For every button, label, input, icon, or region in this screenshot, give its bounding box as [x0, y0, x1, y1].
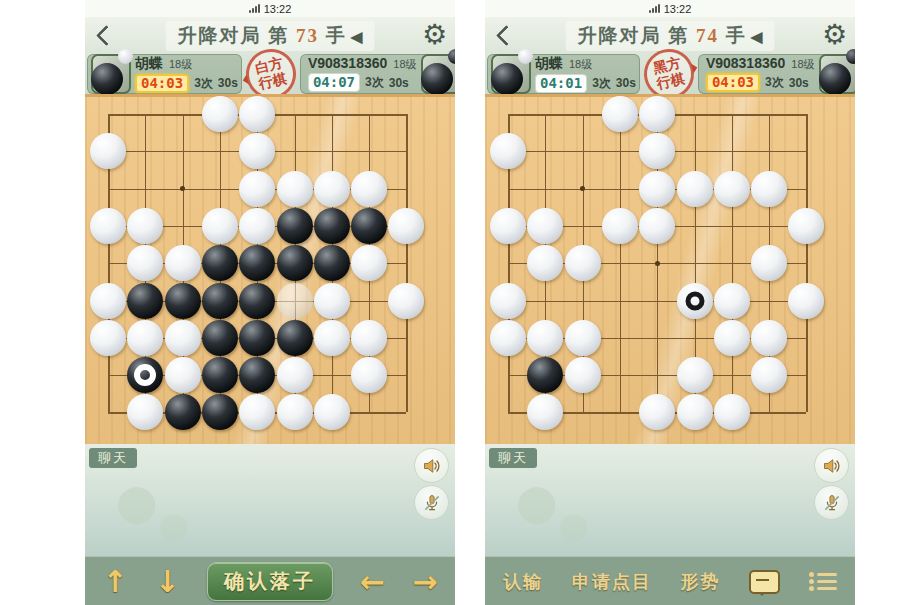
white-stone — [751, 245, 787, 281]
white-stone — [490, 320, 526, 356]
gear-icon[interactable]: ⚙ — [422, 18, 447, 52]
white-stone — [351, 171, 387, 207]
white-stone — [351, 357, 387, 393]
white-stone — [527, 245, 563, 281]
white-stone — [714, 283, 750, 319]
white-stone — [351, 245, 387, 281]
white-stone — [751, 171, 787, 207]
white-stone — [565, 320, 601, 356]
black-stone — [277, 208, 313, 244]
player-name: V908318360 — [308, 55, 387, 71]
go-board[interactable] — [85, 94, 455, 444]
situation-button[interactable]: 形势 — [680, 570, 720, 594]
star-point — [655, 261, 660, 266]
mic-muted-button[interactable] — [814, 485, 849, 520]
white-stone — [239, 208, 275, 244]
back-icon[interactable] — [496, 25, 517, 46]
white-stone — [314, 394, 350, 430]
speaker-button[interactable] — [814, 448, 849, 483]
white-stone — [602, 208, 638, 244]
signal-icon — [649, 4, 660, 13]
white-stone-badge-icon — [118, 49, 133, 64]
white-stone — [239, 394, 275, 430]
white-stone-badge-icon — [518, 49, 533, 64]
chat-tab[interactable]: 聊天 — [489, 448, 537, 468]
white-stone — [90, 208, 126, 244]
black-stone — [127, 283, 163, 319]
confirm-move-button[interactable]: 确认落子 — [207, 562, 333, 601]
black-stone — [314, 208, 350, 244]
white-stone — [527, 394, 563, 430]
white-stone — [165, 320, 201, 356]
nav-bar: 升降对局 第 74 手◀ ⚙ — [485, 17, 855, 53]
black-stone — [239, 245, 275, 281]
nav-title: 升降对局 第 73 手◀ — [166, 21, 375, 51]
chat-area: 聊天 — [485, 444, 855, 556]
prev-triangle-icon[interactable]: ◀ — [351, 29, 363, 45]
black-stone — [202, 394, 238, 430]
back-icon[interactable] — [96, 25, 117, 46]
player-bar: 胡蝶18级 04:033次30s 白方行棋 V90831836018级 04:0… — [85, 53, 455, 94]
white-stone — [127, 245, 163, 281]
white-stone — [314, 320, 350, 356]
white-stone — [202, 96, 238, 132]
white-stone — [639, 208, 675, 244]
white-stone — [714, 394, 750, 430]
chat-tab[interactable]: 聊天 — [89, 448, 137, 468]
mic-muted-icon — [822, 493, 842, 513]
player-clock: 04:03 — [135, 74, 189, 93]
black-stone — [239, 357, 275, 393]
white-stone — [751, 357, 787, 393]
white-stone — [277, 171, 313, 207]
white-stone — [788, 283, 824, 319]
white-stone — [277, 394, 313, 430]
white-stone — [90, 283, 126, 319]
white-stone — [314, 283, 350, 319]
white-stone — [677, 357, 713, 393]
black-stone-badge-icon — [846, 49, 855, 64]
white-stone — [565, 245, 601, 281]
white-stone — [714, 171, 750, 207]
speaker-icon — [822, 456, 842, 476]
avatar-black-player — [819, 54, 855, 94]
white-stone — [127, 394, 163, 430]
white-stone — [90, 320, 126, 356]
move-last-button[interactable]: ↓ — [155, 567, 180, 597]
player-clock: 04:01 — [535, 74, 587, 93]
white-stone — [639, 171, 675, 207]
move-forward-button[interactable]: → — [412, 567, 437, 597]
player-bar: 胡蝶18级 04:013次30s 黑方行棋 V90831836018级 04:0… — [485, 53, 855, 94]
move-back-button[interactable]: ← — [360, 567, 385, 597]
prev-triangle-icon[interactable]: ◀ — [751, 29, 763, 45]
white-stone — [165, 357, 201, 393]
black-stone — [165, 283, 201, 319]
player-rank: 18级 — [393, 57, 416, 72]
white-stone — [239, 96, 275, 132]
white-stone — [90, 133, 126, 169]
player-black-box: V90831836018级 04:033次30s — [698, 54, 855, 94]
white-stone — [490, 133, 526, 169]
status-bar: 13:22 — [85, 0, 455, 17]
avatar-white-player — [91, 54, 131, 94]
nav-bar: 升降对局 第 73 手◀ ⚙ — [85, 17, 455, 53]
black-stone — [527, 357, 563, 393]
white-stone — [565, 357, 601, 393]
screenshot-right: 13:22 升降对局 第 74 手◀ ⚙ 胡蝶18级 04:013次30s 黑方… — [485, 0, 855, 605]
move-first-button[interactable]: ↑ — [103, 567, 128, 597]
player-black-box: V90831836018级 04:073次30s — [300, 54, 455, 94]
player-clock: 04:07 — [308, 73, 360, 92]
white-stone — [788, 208, 824, 244]
last-move-marker-stone — [127, 357, 163, 393]
white-stone — [677, 171, 713, 207]
star-point — [580, 186, 585, 191]
black-stone — [202, 245, 238, 281]
grid-line — [806, 114, 808, 412]
screenshot-left: 13:22 升降对局 第 73 手◀ ⚙ 胡蝶18级 04:033次30s 白方… — [85, 0, 455, 605]
player-rank: 18级 — [791, 57, 814, 72]
black-stone — [239, 320, 275, 356]
white-stone — [202, 208, 238, 244]
bottom-toolbar: 认输 申请点目 形势 — [485, 556, 855, 605]
grid-line — [406, 114, 408, 412]
white-stone — [239, 171, 275, 207]
white-stone — [314, 171, 350, 207]
mic-muted-button[interactable] — [414, 485, 449, 520]
white-stone — [639, 394, 675, 430]
white-stone — [388, 283, 424, 319]
white-stone — [639, 133, 675, 169]
player-clock: 04:03 — [706, 73, 760, 92]
white-stone — [127, 208, 163, 244]
go-board[interactable] — [485, 94, 855, 444]
move-number: 73 — [296, 25, 319, 46]
black-stone — [314, 245, 350, 281]
bottom-toolbar: ↑ ↓ 确认落子 ← → — [85, 556, 455, 605]
last-move-marker-stone — [677, 283, 713, 319]
player-name: 胡蝶 — [535, 55, 563, 73]
white-stone — [639, 96, 675, 132]
move-list-icon[interactable] — [809, 573, 837, 590]
player-white-box: 胡蝶18级 04:033次30s — [87, 54, 242, 94]
move-number: 74 — [696, 25, 719, 46]
pending-white-stone — [277, 283, 313, 319]
white-stone — [239, 133, 275, 169]
resign-button[interactable]: 认输 — [503, 570, 543, 594]
chat-area: 聊天 — [85, 444, 455, 556]
black-stone — [351, 208, 387, 244]
white-stone — [490, 283, 526, 319]
black-stone — [202, 357, 238, 393]
black-stone — [202, 320, 238, 356]
gear-icon[interactable]: ⚙ — [822, 18, 847, 52]
black-stone — [165, 394, 201, 430]
signal-icon — [249, 4, 260, 13]
white-stone — [277, 357, 313, 393]
white-stone — [127, 320, 163, 356]
white-stone — [677, 394, 713, 430]
player-rank: 18级 — [169, 57, 192, 72]
speaker-icon — [422, 456, 442, 476]
status-time: 13:22 — [264, 3, 292, 15]
white-stone — [527, 320, 563, 356]
grid-line — [508, 301, 806, 302]
white-stone — [388, 208, 424, 244]
chat-bubble-icon[interactable] — [749, 570, 780, 594]
player-white-box: 胡蝶18级 04:013次30s — [487, 54, 640, 94]
request-count-button[interactable]: 申请点目 — [572, 570, 652, 594]
nav-title: 升降对局 第 74 手◀ — [566, 21, 775, 51]
black-stone — [277, 245, 313, 281]
white-stone — [165, 245, 201, 281]
white-stone — [602, 96, 638, 132]
status-bar: 13:22 — [485, 0, 855, 17]
status-time: 13:22 — [664, 3, 692, 15]
player-name: 胡蝶 — [135, 55, 163, 73]
black-stone — [239, 283, 275, 319]
avatar-black-player — [421, 54, 455, 94]
white-stone — [751, 320, 787, 356]
white-stone — [527, 208, 563, 244]
star-point — [180, 186, 185, 191]
avatar-white-player — [491, 54, 531, 94]
black-stone — [277, 320, 313, 356]
white-stone — [490, 208, 526, 244]
grid-line — [732, 114, 733, 412]
speaker-button[interactable] — [414, 448, 449, 483]
white-stone — [351, 320, 387, 356]
white-stone — [714, 320, 750, 356]
black-stone — [202, 283, 238, 319]
mic-muted-icon — [422, 493, 442, 513]
player-rank: 18级 — [569, 57, 592, 72]
player-name: V908318360 — [706, 55, 785, 71]
